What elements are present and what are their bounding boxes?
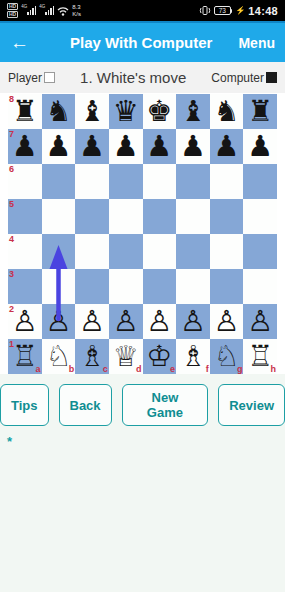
signal-icon-sim2: 4G <box>39 6 54 15</box>
player-checkbox[interactable] <box>44 72 55 83</box>
file-label-c: c <box>103 364 108 374</box>
square-a5[interactable]: 5 <box>8 199 42 234</box>
white-bishop-piece[interactable]: ♗ <box>176 339 210 374</box>
square-e8[interactable]: ♚ <box>143 94 177 129</box>
rank-label-6: 6 <box>9 164 14 174</box>
file-label-f: f <box>206 364 209 374</box>
square-a6[interactable]: 6 <box>8 164 42 199</box>
square-f7[interactable]: ♟ <box>176 129 210 164</box>
back-button[interactable]: Back <box>59 384 112 426</box>
square-e3[interactable] <box>143 269 177 304</box>
square-h2[interactable]: ♙ <box>243 304 277 339</box>
file-label-h: h <box>271 364 277 374</box>
black-bishop-piece[interactable]: ♝ <box>75 94 109 129</box>
new-game-button[interactable]: New Game <box>122 384 209 426</box>
charging-icon: ⚡ <box>235 6 245 15</box>
turn-bar: Player 1. White's move Computer <box>0 62 285 93</box>
square-f6[interactable] <box>176 164 210 199</box>
black-knight-piece[interactable]: ♞ <box>210 94 244 129</box>
square-h8[interactable]: ♜ <box>243 94 277 129</box>
square-g5[interactable] <box>210 199 244 234</box>
square-b4[interactable] <box>42 234 76 269</box>
black-pawn-piece[interactable]: ♟ <box>42 129 76 164</box>
move-status-text: 1. White's move <box>55 69 211 86</box>
status-left-cluster: HD HD 4G 4G 8.3 K/s <box>7 3 81 18</box>
square-b6[interactable] <box>42 164 76 199</box>
computer-checkbox[interactable] <box>266 72 277 83</box>
white-pawn-piece[interactable]: ♙ <box>75 304 109 339</box>
chess-board[interactable]: 8♜♞♝♛♚♝♞♜7♟♟♟♟♟♟♟♟65432♙♙♙♙♙♙♙♙1a♖b♘c♗d♕… <box>8 94 277 374</box>
square-g1[interactable]: g♘ <box>210 339 244 374</box>
square-f5[interactable] <box>176 199 210 234</box>
computer-side-label: Computer <box>211 71 277 85</box>
page-title: Play With Computer <box>44 34 238 51</box>
square-f3[interactable] <box>176 269 210 304</box>
rank-label-2: 2 <box>9 304 14 314</box>
signal-4g-label: 4G <box>39 4 45 9</box>
square-a2[interactable]: 2♙ <box>8 304 42 339</box>
square-d7[interactable]: ♟ <box>109 129 143 164</box>
status-bar: HD HD 4G 4G 8.3 K/s 73 <box>0 0 285 21</box>
white-pawn-piece[interactable]: ♙ <box>109 304 143 339</box>
action-buttons-row: Tips Back New Game Review <box>0 384 285 426</box>
square-b7[interactable]: ♟ <box>42 129 76 164</box>
hd-voice-icons: HD HD <box>7 3 18 18</box>
black-pawn-piece[interactable]: ♟ <box>176 129 210 164</box>
black-queen-piece[interactable]: ♛ <box>109 94 143 129</box>
white-pawn-piece[interactable]: ♙ <box>143 304 177 339</box>
rank-label-8: 8 <box>9 94 14 104</box>
square-e4[interactable] <box>143 234 177 269</box>
square-c5[interactable] <box>75 199 109 234</box>
computer-label: Computer <box>211 71 264 85</box>
hd-badge-sim1: HD <box>7 3 18 10</box>
wifi-icon <box>57 6 69 16</box>
square-d8[interactable]: ♛ <box>109 94 143 129</box>
square-a7[interactable]: 7♟ <box>8 129 42 164</box>
square-e1[interactable]: e♔ <box>143 339 177 374</box>
white-pawn-piece[interactable]: ♙ <box>176 304 210 339</box>
battery-icon: 73 <box>214 6 233 15</box>
square-e5[interactable] <box>143 199 177 234</box>
square-h1[interactable]: h♖ <box>243 339 277 374</box>
player-label: Player <box>8 71 42 85</box>
square-g4[interactable] <box>210 234 244 269</box>
file-label-e: e <box>170 364 175 374</box>
square-f2[interactable]: ♙ <box>176 304 210 339</box>
file-label-a: a <box>36 364 41 374</box>
square-g3[interactable] <box>210 269 244 304</box>
square-e2[interactable]: ♙ <box>143 304 177 339</box>
vibrate-icon <box>199 5 211 16</box>
rank-label-3: 3 <box>9 269 14 279</box>
white-pawn-piece[interactable]: ♙ <box>42 304 76 339</box>
square-c3[interactable] <box>75 269 109 304</box>
square-g8[interactable]: ♞ <box>210 94 244 129</box>
black-knight-piece[interactable]: ♞ <box>42 94 76 129</box>
signal-4g-label: 4G <box>21 4 27 9</box>
tips-button[interactable]: Tips <box>0 384 49 426</box>
square-c8[interactable]: ♝ <box>75 94 109 129</box>
square-e6[interactable] <box>143 164 177 199</box>
white-pawn-piece[interactable]: ♙ <box>243 304 277 339</box>
square-b5[interactable] <box>42 199 76 234</box>
black-pawn-piece[interactable]: ♟ <box>210 129 244 164</box>
square-g7[interactable]: ♟ <box>210 129 244 164</box>
square-a8[interactable]: 8♜ <box>8 94 42 129</box>
black-pawn-piece[interactable]: ♟ <box>109 129 143 164</box>
signal-icon-sim1: 4G <box>21 6 36 15</box>
square-f8[interactable]: ♝ <box>176 94 210 129</box>
square-c7[interactable]: ♟ <box>75 129 109 164</box>
square-h3[interactable] <box>243 269 277 304</box>
app-header: ← Play With Computer Menu <box>0 21 285 62</box>
file-label-g: g <box>237 364 243 374</box>
network-speed: 8.3 K/s <box>72 4 81 17</box>
black-king-piece[interactable]: ♚ <box>143 94 177 129</box>
square-c6[interactable] <box>75 164 109 199</box>
black-pawn-piece[interactable]: ♟ <box>143 129 177 164</box>
square-d1[interactable]: d♕ <box>109 339 143 374</box>
black-rook-piece[interactable]: ♜ <box>243 94 277 129</box>
square-b2[interactable]: ♙ <box>42 304 76 339</box>
square-b3[interactable] <box>42 269 76 304</box>
square-g6[interactable] <box>210 164 244 199</box>
square-h4[interactable] <box>243 234 277 269</box>
square-a4[interactable]: 4 <box>8 234 42 269</box>
player-side-label: Player <box>8 71 55 85</box>
battery-percent: 73 <box>214 6 231 15</box>
clock-time: 14:48 <box>248 5 278 17</box>
black-pawn-piece[interactable]: ♟ <box>243 129 277 164</box>
square-h6[interactable] <box>243 164 277 199</box>
square-d6[interactable] <box>109 164 143 199</box>
menu-button[interactable]: Menu <box>238 35 275 51</box>
rank-label-4: 4 <box>9 234 14 244</box>
black-bishop-piece[interactable]: ♝ <box>176 94 210 129</box>
board-area: 8♜♞♝♛♚♝♞♜7♟♟♟♟♟♟♟♟65432♙♙♙♙♙♙♙♙1a♖b♘c♗d♕… <box>0 93 285 374</box>
status-right-cluster: 73 ⚡ 14:48 <box>199 5 278 17</box>
rank-label-7: 7 <box>9 129 14 139</box>
footnote-asterisk: * <box>7 434 285 449</box>
review-button[interactable]: Review <box>218 384 285 426</box>
square-a3[interactable]: 3 <box>8 269 42 304</box>
square-c2[interactable]: ♙ <box>75 304 109 339</box>
back-arrow-icon[interactable]: ← <box>10 32 44 54</box>
square-g2[interactable]: ♙ <box>210 304 244 339</box>
square-d4[interactable] <box>109 234 143 269</box>
square-h5[interactable] <box>243 199 277 234</box>
square-b1[interactable]: b♘ <box>42 339 76 374</box>
square-a1[interactable]: 1a♖ <box>8 339 42 374</box>
file-label-b: b <box>69 364 75 374</box>
rank-label-5: 5 <box>9 199 14 209</box>
square-b8[interactable]: ♞ <box>42 94 76 129</box>
square-e7[interactable]: ♟ <box>143 129 177 164</box>
square-d3[interactable] <box>109 269 143 304</box>
black-pawn-piece[interactable]: ♟ <box>75 129 109 164</box>
square-f1[interactable]: f♗ <box>176 339 210 374</box>
file-label-d: d <box>136 364 142 374</box>
white-pawn-piece[interactable]: ♙ <box>210 304 244 339</box>
rank-label-1: 1 <box>9 339 14 349</box>
square-c1[interactable]: c♗ <box>75 339 109 374</box>
square-f4[interactable] <box>176 234 210 269</box>
bottom-area: Tips Back New Game Review * <box>0 374 285 592</box>
hd-badge-sim2: HD <box>7 11 18 18</box>
square-d5[interactable] <box>109 199 143 234</box>
square-d2[interactable]: ♙ <box>109 304 143 339</box>
square-h7[interactable]: ♟ <box>243 129 277 164</box>
square-c4[interactable] <box>75 234 109 269</box>
